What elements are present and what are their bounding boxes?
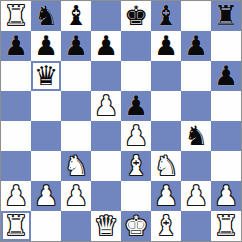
square-f7[interactable]: ♟ (151, 31, 181, 61)
square-c3[interactable]: ♞ (61, 151, 91, 181)
square-g5[interactable] (181, 91, 211, 121)
square-e1[interactable]: ♚ (121, 211, 151, 241)
square-h1[interactable]: ♜ (211, 211, 241, 241)
piece-white-pawn[interactable]: ♟ (4, 181, 28, 211)
square-a6[interactable] (1, 61, 31, 91)
piece-black-queen[interactable]: ♛ (34, 61, 58, 91)
piece-white-rook[interactable]: ♜ (4, 211, 28, 241)
square-c6[interactable] (61, 61, 91, 91)
piece-black-pawn[interactable]: ♟ (154, 31, 178, 61)
piece-white-pawn[interactable]: ♟ (154, 181, 178, 211)
piece-white-pawn[interactable]: ♟ (214, 181, 238, 211)
piece-black-pawn[interactable]: ♟ (64, 31, 88, 61)
square-e7[interactable] (121, 31, 151, 61)
square-g1[interactable] (181, 211, 211, 241)
square-a2[interactable]: ♟ (1, 181, 31, 211)
piece-black-pawn[interactable]: ♟ (124, 91, 148, 121)
piece-white-knight[interactable]: ♞ (154, 151, 178, 181)
piece-black-pawn[interactable]: ♟ (94, 31, 118, 61)
square-e2[interactable] (121, 181, 151, 211)
square-d3[interactable] (91, 151, 121, 181)
square-c4[interactable] (61, 121, 91, 151)
square-d1[interactable]: ♛ (91, 211, 121, 241)
square-h2[interactable]: ♟ (211, 181, 241, 211)
piece-white-bishop[interactable]: ♝ (154, 211, 178, 241)
piece-white-knight[interactable]: ♞ (64, 151, 88, 181)
square-g3[interactable] (181, 151, 211, 181)
piece-white-queen[interactable]: ♛ (94, 211, 118, 241)
square-e3[interactable]: ♝ (121, 151, 151, 181)
square-a4[interactable] (1, 121, 31, 151)
square-a5[interactable] (1, 91, 31, 121)
square-h7[interactable] (211, 31, 241, 61)
square-a1[interactable]: ♜ (1, 211, 31, 241)
square-b4[interactable] (31, 121, 61, 151)
square-a8[interactable]: ♜ (1, 1, 31, 31)
square-f8[interactable]: ♝ (151, 1, 181, 31)
square-g8[interactable] (181, 1, 211, 31)
square-b7[interactable]: ♟ (31, 31, 61, 61)
square-g7[interactable]: ♟ (181, 31, 211, 61)
piece-black-king[interactable]: ♚ (124, 1, 148, 31)
square-h8[interactable]: ♜ (211, 1, 241, 31)
square-c5[interactable] (61, 91, 91, 121)
square-d5[interactable]: ♟ (91, 91, 121, 121)
square-e4[interactable]: ♟ (121, 121, 151, 151)
piece-white-rook[interactable]: ♜ (4, 1, 28, 31)
square-d6[interactable] (91, 61, 121, 91)
piece-white-pawn[interactable]: ♟ (124, 121, 148, 151)
square-h6[interactable]: ♟ (211, 61, 241, 91)
square-b6[interactable]: ♛ (31, 61, 61, 91)
square-b3[interactable] (31, 151, 61, 181)
square-h5[interactable] (211, 91, 241, 121)
square-d7[interactable]: ♟ (91, 31, 121, 61)
square-a3[interactable] (1, 151, 31, 181)
piece-white-pawn[interactable]: ♟ (34, 181, 58, 211)
piece-white-pawn[interactable]: ♟ (94, 91, 118, 121)
square-a7[interactable]: ♟ (1, 31, 31, 61)
square-d8[interactable] (91, 1, 121, 31)
square-d2[interactable] (91, 181, 121, 211)
square-e5[interactable]: ♟ (121, 91, 151, 121)
piece-white-king[interactable]: ♚ (124, 211, 148, 241)
square-g6[interactable] (181, 61, 211, 91)
piece-black-rook[interactable]: ♜ (214, 1, 238, 31)
square-b8[interactable]: ♞ (31, 1, 61, 31)
piece-white-rook[interactable]: ♜ (214, 211, 238, 241)
square-g4[interactable]: ♞ (181, 121, 211, 151)
piece-white-bishop[interactable]: ♝ (124, 151, 148, 181)
piece-black-bishop[interactable]: ♝ (154, 1, 178, 31)
piece-black-bishop[interactable]: ♝ (64, 1, 88, 31)
piece-black-pawn[interactable]: ♟ (4, 31, 28, 61)
square-e6[interactable] (121, 61, 151, 91)
square-b2[interactable]: ♟ (31, 181, 61, 211)
square-f5[interactable] (151, 91, 181, 121)
piece-white-pawn[interactable]: ♟ (64, 181, 88, 211)
square-h4[interactable] (211, 121, 241, 151)
piece-black-knight[interactable]: ♞ (184, 121, 208, 151)
square-h3[interactable] (211, 151, 241, 181)
square-f2[interactable]: ♟ (151, 181, 181, 211)
square-c2[interactable]: ♟ (61, 181, 91, 211)
piece-black-pawn[interactable]: ♟ (214, 61, 238, 91)
piece-black-pawn[interactable]: ♟ (34, 31, 58, 61)
square-c7[interactable]: ♟ (61, 31, 91, 61)
square-f1[interactable]: ♝ (151, 211, 181, 241)
square-f3[interactable]: ♞ (151, 151, 181, 181)
square-g2[interactable]: ♟ (181, 181, 211, 211)
square-c1[interactable] (61, 211, 91, 241)
square-b5[interactable] (31, 91, 61, 121)
square-d4[interactable] (91, 121, 121, 151)
square-b1[interactable] (31, 211, 61, 241)
square-c8[interactable]: ♝ (61, 1, 91, 31)
square-e8[interactable]: ♚ (121, 1, 151, 31)
chess-board: ♜♞♝♚♝♜♟♟♟♟♟♟♛♟♟♟♟♞♞♝♞♟♟♟♟♟♟♜♛♚♝♜ (0, 0, 242, 242)
piece-black-knight[interactable]: ♞ (34, 1, 58, 31)
square-f6[interactable] (151, 61, 181, 91)
piece-white-pawn[interactable]: ♟ (184, 181, 208, 211)
piece-black-pawn[interactable]: ♟ (184, 31, 208, 61)
square-f4[interactable] (151, 121, 181, 151)
